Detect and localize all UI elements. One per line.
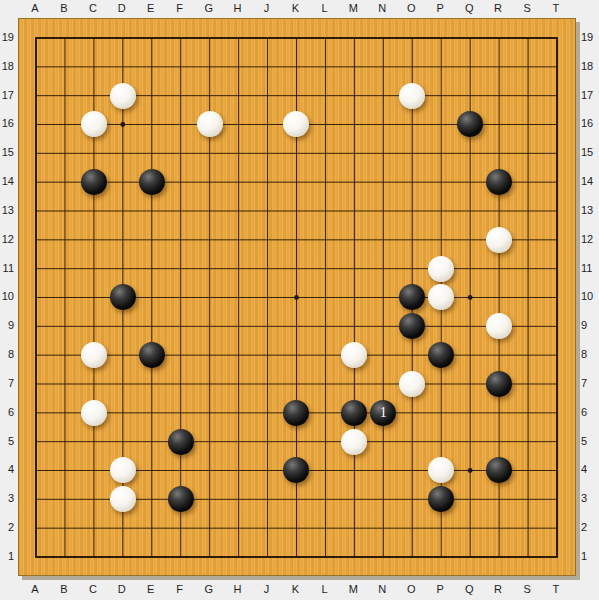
intersection-O16[interactable] <box>398 110 427 139</box>
intersection-N7[interactable] <box>369 370 398 399</box>
intersection-R9[interactable] <box>485 312 514 341</box>
intersection-Q6[interactable] <box>456 398 485 427</box>
intersection-D17[interactable] <box>108 81 137 110</box>
intersection-O15[interactable] <box>398 139 427 168</box>
intersection-L11[interactable] <box>311 254 340 283</box>
intersection-O18[interactable] <box>398 52 427 81</box>
intersection-H18[interactable] <box>224 52 253 81</box>
intersection-B12[interactable] <box>50 225 79 254</box>
intersection-A7[interactable] <box>22 370 51 399</box>
intersection-N14[interactable] <box>369 168 398 197</box>
intersection-Q18[interactable] <box>456 52 485 81</box>
intersection-S17[interactable] <box>513 81 542 110</box>
intersection-R15[interactable] <box>485 139 514 168</box>
intersection-F17[interactable] <box>166 81 195 110</box>
intersection-J1[interactable] <box>253 542 282 571</box>
intersection-P5[interactable] <box>427 427 456 456</box>
intersection-O1[interactable] <box>398 542 427 571</box>
intersection-J10[interactable] <box>253 283 282 312</box>
intersection-Q19[interactable] <box>456 24 485 53</box>
intersection-J17[interactable] <box>253 81 282 110</box>
intersection-Q8[interactable] <box>456 341 485 370</box>
intersection-A11[interactable] <box>22 254 51 283</box>
intersection-F15[interactable] <box>166 139 195 168</box>
intersection-P12[interactable] <box>427 225 456 254</box>
intersection-C9[interactable] <box>79 312 108 341</box>
intersection-N4[interactable] <box>369 456 398 485</box>
intersection-M15[interactable] <box>340 139 369 168</box>
intersection-B4[interactable] <box>50 456 79 485</box>
intersection-S15[interactable] <box>513 139 542 168</box>
intersection-F18[interactable] <box>166 52 195 81</box>
intersection-G2[interactable] <box>195 514 224 543</box>
intersection-K9[interactable] <box>282 312 311 341</box>
intersection-K10[interactable] <box>282 283 311 312</box>
intersection-E9[interactable] <box>137 312 166 341</box>
intersection-D9[interactable] <box>108 312 137 341</box>
intersection-G11[interactable] <box>195 254 224 283</box>
intersection-J5[interactable] <box>253 427 282 456</box>
intersection-Q13[interactable] <box>456 197 485 226</box>
intersection-M6[interactable] <box>340 398 369 427</box>
intersection-T6[interactable] <box>542 398 571 427</box>
intersection-M17[interactable] <box>340 81 369 110</box>
intersection-H19[interactable] <box>224 24 253 53</box>
intersection-A18[interactable] <box>22 52 51 81</box>
intersection-M18[interactable] <box>340 52 369 81</box>
intersection-H5[interactable] <box>224 427 253 456</box>
intersection-G1[interactable] <box>195 542 224 571</box>
intersection-J9[interactable] <box>253 312 282 341</box>
intersection-E2[interactable] <box>137 514 166 543</box>
intersection-C17[interactable] <box>79 81 108 110</box>
intersection-K7[interactable] <box>282 370 311 399</box>
intersection-E14[interactable] <box>137 168 166 197</box>
intersection-H14[interactable] <box>224 168 253 197</box>
intersection-R6[interactable] <box>485 398 514 427</box>
intersection-Q5[interactable] <box>456 427 485 456</box>
intersection-B3[interactable] <box>50 485 79 514</box>
intersection-D13[interactable] <box>108 197 137 226</box>
intersection-P15[interactable] <box>427 139 456 168</box>
intersection-Q16[interactable] <box>456 110 485 139</box>
intersection-B16[interactable] <box>50 110 79 139</box>
intersection-M14[interactable] <box>340 168 369 197</box>
intersection-E16[interactable] <box>137 110 166 139</box>
intersection-E5[interactable] <box>137 427 166 456</box>
intersection-R3[interactable] <box>485 485 514 514</box>
intersection-N6[interactable]: 1 <box>369 398 398 427</box>
intersection-R17[interactable] <box>485 81 514 110</box>
intersection-C18[interactable] <box>79 52 108 81</box>
intersection-A6[interactable] <box>22 398 51 427</box>
intersection-T5[interactable] <box>542 427 571 456</box>
intersection-F3[interactable] <box>166 485 195 514</box>
intersection-F19[interactable] <box>166 24 195 53</box>
intersection-K5[interactable] <box>282 427 311 456</box>
intersection-D4[interactable] <box>108 456 137 485</box>
intersection-D3[interactable] <box>108 485 137 514</box>
intersection-S4[interactable] <box>513 456 542 485</box>
intersection-G10[interactable] <box>195 283 224 312</box>
intersection-Q11[interactable] <box>456 254 485 283</box>
intersection-O10[interactable] <box>398 283 427 312</box>
intersection-E6[interactable] <box>137 398 166 427</box>
intersection-K2[interactable] <box>282 514 311 543</box>
intersection-B11[interactable] <box>50 254 79 283</box>
intersection-B7[interactable] <box>50 370 79 399</box>
intersection-P1[interactable] <box>427 542 456 571</box>
intersection-G5[interactable] <box>195 427 224 456</box>
intersection-A19[interactable] <box>22 24 51 53</box>
intersection-T12[interactable] <box>542 225 571 254</box>
intersection-G6[interactable] <box>195 398 224 427</box>
intersection-M2[interactable] <box>340 514 369 543</box>
intersection-R11[interactable] <box>485 254 514 283</box>
intersection-D14[interactable] <box>108 168 137 197</box>
intersection-O7[interactable] <box>398 370 427 399</box>
intersection-A4[interactable] <box>22 456 51 485</box>
intersection-T14[interactable] <box>542 168 571 197</box>
intersection-E17[interactable] <box>137 81 166 110</box>
intersection-S3[interactable] <box>513 485 542 514</box>
intersection-K6[interactable] <box>282 398 311 427</box>
intersection-K19[interactable] <box>282 24 311 53</box>
intersection-L14[interactable] <box>311 168 340 197</box>
intersection-S1[interactable] <box>513 542 542 571</box>
intersection-J14[interactable] <box>253 168 282 197</box>
intersection-B14[interactable] <box>50 168 79 197</box>
intersection-T19[interactable] <box>542 24 571 53</box>
intersection-K16[interactable] <box>282 110 311 139</box>
intersection-H17[interactable] <box>224 81 253 110</box>
intersection-B18[interactable] <box>50 52 79 81</box>
intersection-R19[interactable] <box>485 24 514 53</box>
intersection-Q15[interactable] <box>456 139 485 168</box>
intersection-J2[interactable] <box>253 514 282 543</box>
intersection-H13[interactable] <box>224 197 253 226</box>
intersection-O12[interactable] <box>398 225 427 254</box>
intersection-M11[interactable] <box>340 254 369 283</box>
intersection-B10[interactable] <box>50 283 79 312</box>
intersection-H9[interactable] <box>224 312 253 341</box>
intersection-A13[interactable] <box>22 197 51 226</box>
intersection-G9[interactable] <box>195 312 224 341</box>
intersection-E15[interactable] <box>137 139 166 168</box>
intersection-O14[interactable] <box>398 168 427 197</box>
intersection-C12[interactable] <box>79 225 108 254</box>
intersection-M19[interactable] <box>340 24 369 53</box>
intersection-P2[interactable] <box>427 514 456 543</box>
intersection-C2[interactable] <box>79 514 108 543</box>
intersection-M3[interactable] <box>340 485 369 514</box>
intersection-F12[interactable] <box>166 225 195 254</box>
intersection-H8[interactable] <box>224 341 253 370</box>
intersection-E12[interactable] <box>137 225 166 254</box>
intersection-O2[interactable] <box>398 514 427 543</box>
intersection-S6[interactable] <box>513 398 542 427</box>
intersection-A14[interactable] <box>22 168 51 197</box>
intersection-L15[interactable] <box>311 139 340 168</box>
intersection-M4[interactable] <box>340 456 369 485</box>
intersection-N5[interactable] <box>369 427 398 456</box>
intersection-C16[interactable] <box>79 110 108 139</box>
intersection-G3[interactable] <box>195 485 224 514</box>
intersection-A2[interactable] <box>22 514 51 543</box>
intersection-T2[interactable] <box>542 514 571 543</box>
intersection-H10[interactable] <box>224 283 253 312</box>
intersection-D19[interactable] <box>108 24 137 53</box>
intersection-E4[interactable] <box>137 456 166 485</box>
intersection-F1[interactable] <box>166 542 195 571</box>
intersection-H1[interactable] <box>224 542 253 571</box>
intersection-T17[interactable] <box>542 81 571 110</box>
intersection-D12[interactable] <box>108 225 137 254</box>
intersection-S19[interactable] <box>513 24 542 53</box>
intersection-A3[interactable] <box>22 485 51 514</box>
intersection-S8[interactable] <box>513 341 542 370</box>
intersection-O3[interactable] <box>398 485 427 514</box>
intersection-D2[interactable] <box>108 514 137 543</box>
intersection-N17[interactable] <box>369 81 398 110</box>
intersection-D7[interactable] <box>108 370 137 399</box>
intersection-F16[interactable] <box>166 110 195 139</box>
intersection-F8[interactable] <box>166 341 195 370</box>
intersection-K17[interactable] <box>282 81 311 110</box>
intersection-A5[interactable] <box>22 427 51 456</box>
intersection-A1[interactable] <box>22 542 51 571</box>
intersection-K4[interactable] <box>282 456 311 485</box>
intersection-J3[interactable] <box>253 485 282 514</box>
intersection-Q2[interactable] <box>456 514 485 543</box>
intersection-K12[interactable] <box>282 225 311 254</box>
intersection-G17[interactable] <box>195 81 224 110</box>
intersection-Q14[interactable] <box>456 168 485 197</box>
intersection-J18[interactable] <box>253 52 282 81</box>
intersection-P11[interactable] <box>427 254 456 283</box>
intersection-P19[interactable] <box>427 24 456 53</box>
intersection-N19[interactable] <box>369 24 398 53</box>
intersection-J6[interactable] <box>253 398 282 427</box>
intersection-H15[interactable] <box>224 139 253 168</box>
intersection-C6[interactable] <box>79 398 108 427</box>
intersection-H11[interactable] <box>224 254 253 283</box>
intersection-B1[interactable] <box>50 542 79 571</box>
intersection-T18[interactable] <box>542 52 571 81</box>
intersection-M10[interactable] <box>340 283 369 312</box>
intersection-S12[interactable] <box>513 225 542 254</box>
intersection-G15[interactable] <box>195 139 224 168</box>
intersection-M16[interactable] <box>340 110 369 139</box>
intersection-C19[interactable] <box>79 24 108 53</box>
intersection-G8[interactable] <box>195 341 224 370</box>
intersection-O8[interactable] <box>398 341 427 370</box>
intersection-T8[interactable] <box>542 341 571 370</box>
intersection-A12[interactable] <box>22 225 51 254</box>
intersection-O13[interactable] <box>398 197 427 226</box>
intersection-J8[interactable] <box>253 341 282 370</box>
intersection-G19[interactable] <box>195 24 224 53</box>
intersection-P17[interactable] <box>427 81 456 110</box>
intersection-T11[interactable] <box>542 254 571 283</box>
intersection-R14[interactable] <box>485 168 514 197</box>
intersection-B6[interactable] <box>50 398 79 427</box>
intersection-E13[interactable] <box>137 197 166 226</box>
intersection-M8[interactable] <box>340 341 369 370</box>
intersection-L19[interactable] <box>311 24 340 53</box>
intersection-J12[interactable] <box>253 225 282 254</box>
intersection-E8[interactable] <box>137 341 166 370</box>
intersection-S18[interactable] <box>513 52 542 81</box>
intersection-R5[interactable] <box>485 427 514 456</box>
intersection-L3[interactable] <box>311 485 340 514</box>
intersection-F5[interactable] <box>166 427 195 456</box>
intersection-Q17[interactable] <box>456 81 485 110</box>
intersection-H12[interactable] <box>224 225 253 254</box>
intersection-K14[interactable] <box>282 168 311 197</box>
intersection-D11[interactable] <box>108 254 137 283</box>
intersection-N11[interactable] <box>369 254 398 283</box>
intersection-P7[interactable] <box>427 370 456 399</box>
intersection-P8[interactable] <box>427 341 456 370</box>
intersection-E19[interactable] <box>137 24 166 53</box>
intersection-Q3[interactable] <box>456 485 485 514</box>
intersection-F10[interactable] <box>166 283 195 312</box>
intersection-L8[interactable] <box>311 341 340 370</box>
intersection-S11[interactable] <box>513 254 542 283</box>
intersection-K11[interactable] <box>282 254 311 283</box>
intersection-M13[interactable] <box>340 197 369 226</box>
intersection-K8[interactable] <box>282 341 311 370</box>
intersection-M12[interactable] <box>340 225 369 254</box>
intersection-T1[interactable] <box>542 542 571 571</box>
intersection-R4[interactable] <box>485 456 514 485</box>
intersection-B15[interactable] <box>50 139 79 168</box>
intersection-H7[interactable] <box>224 370 253 399</box>
intersection-N18[interactable] <box>369 52 398 81</box>
intersection-L2[interactable] <box>311 514 340 543</box>
intersection-O17[interactable] <box>398 81 427 110</box>
intersection-S13[interactable] <box>513 197 542 226</box>
intersection-S7[interactable] <box>513 370 542 399</box>
intersection-B9[interactable] <box>50 312 79 341</box>
intersection-E3[interactable] <box>137 485 166 514</box>
intersection-H16[interactable] <box>224 110 253 139</box>
intersection-F11[interactable] <box>166 254 195 283</box>
intersection-M7[interactable] <box>340 370 369 399</box>
intersection-A15[interactable] <box>22 139 51 168</box>
intersection-O5[interactable] <box>398 427 427 456</box>
intersection-S2[interactable] <box>513 514 542 543</box>
intersection-B5[interactable] <box>50 427 79 456</box>
intersection-E18[interactable] <box>137 52 166 81</box>
intersection-N1[interactable] <box>369 542 398 571</box>
intersection-N2[interactable] <box>369 514 398 543</box>
intersection-T13[interactable] <box>542 197 571 226</box>
intersection-C7[interactable] <box>79 370 108 399</box>
intersection-D5[interactable] <box>108 427 137 456</box>
intersection-P4[interactable] <box>427 456 456 485</box>
intersection-C13[interactable] <box>79 197 108 226</box>
intersection-K18[interactable] <box>282 52 311 81</box>
intersection-M5[interactable] <box>340 427 369 456</box>
intersection-J16[interactable] <box>253 110 282 139</box>
intersection-R16[interactable] <box>485 110 514 139</box>
intersection-D10[interactable] <box>108 283 137 312</box>
intersection-B13[interactable] <box>50 197 79 226</box>
intersection-P14[interactable] <box>427 168 456 197</box>
intersection-R10[interactable] <box>485 283 514 312</box>
intersection-S9[interactable] <box>513 312 542 341</box>
intersection-H4[interactable] <box>224 456 253 485</box>
intersection-R13[interactable] <box>485 197 514 226</box>
intersection-E7[interactable] <box>137 370 166 399</box>
intersection-A17[interactable] <box>22 81 51 110</box>
intersection-S16[interactable] <box>513 110 542 139</box>
intersection-R18[interactable] <box>485 52 514 81</box>
intersection-E11[interactable] <box>137 254 166 283</box>
intersection-J11[interactable] <box>253 254 282 283</box>
intersection-B19[interactable] <box>50 24 79 53</box>
intersection-H3[interactable] <box>224 485 253 514</box>
intersection-E1[interactable] <box>137 542 166 571</box>
intersection-O19[interactable] <box>398 24 427 53</box>
intersection-R2[interactable] <box>485 514 514 543</box>
intersection-L4[interactable] <box>311 456 340 485</box>
intersection-P13[interactable] <box>427 197 456 226</box>
intersection-T3[interactable] <box>542 485 571 514</box>
intersection-P16[interactable] <box>427 110 456 139</box>
intersection-L5[interactable] <box>311 427 340 456</box>
intersection-A9[interactable] <box>22 312 51 341</box>
intersection-L1[interactable] <box>311 542 340 571</box>
intersection-M1[interactable] <box>340 542 369 571</box>
intersection-F13[interactable] <box>166 197 195 226</box>
intersection-G14[interactable] <box>195 168 224 197</box>
intersection-P10[interactable] <box>427 283 456 312</box>
intersection-T16[interactable] <box>542 110 571 139</box>
intersection-N3[interactable] <box>369 485 398 514</box>
intersection-B8[interactable] <box>50 341 79 370</box>
intersection-Q10[interactable] <box>456 283 485 312</box>
intersection-G7[interactable] <box>195 370 224 399</box>
intersection-D8[interactable] <box>108 341 137 370</box>
intersection-C8[interactable] <box>79 341 108 370</box>
intersection-K13[interactable] <box>282 197 311 226</box>
intersection-L13[interactable] <box>311 197 340 226</box>
intersection-T10[interactable] <box>542 283 571 312</box>
intersection-T7[interactable] <box>542 370 571 399</box>
intersection-K15[interactable] <box>282 139 311 168</box>
intersection-L7[interactable] <box>311 370 340 399</box>
intersection-O11[interactable] <box>398 254 427 283</box>
intersection-C5[interactable] <box>79 427 108 456</box>
intersection-S14[interactable] <box>513 168 542 197</box>
intersection-D1[interactable] <box>108 542 137 571</box>
intersection-N12[interactable] <box>369 225 398 254</box>
intersection-H6[interactable] <box>224 398 253 427</box>
intersection-M9[interactable] <box>340 312 369 341</box>
intersection-Q12[interactable] <box>456 225 485 254</box>
intersection-T4[interactable] <box>542 456 571 485</box>
intersection-C11[interactable] <box>79 254 108 283</box>
intersection-K3[interactable] <box>282 485 311 514</box>
intersection-N9[interactable] <box>369 312 398 341</box>
intersection-L17[interactable] <box>311 81 340 110</box>
intersection-T9[interactable] <box>542 312 571 341</box>
intersection-F6[interactable] <box>166 398 195 427</box>
intersection-P3[interactable] <box>427 485 456 514</box>
